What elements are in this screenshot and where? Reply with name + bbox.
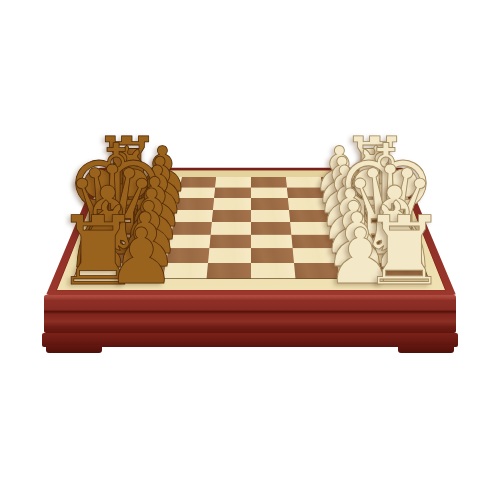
chess-set-photo: ♜♞♝♛♚♝♞♜♟♟♟♟♟♟♟♟♟♟♟♟♟♟♟♟♜♞♝♛♚♝♞♜ bbox=[0, 0, 500, 500]
square-h6 bbox=[180, 177, 217, 187]
square-f5 bbox=[213, 198, 251, 209]
square-g7 bbox=[141, 188, 180, 199]
square-d1 bbox=[368, 222, 412, 235]
square-d8 bbox=[91, 222, 135, 235]
square-e2 bbox=[327, 210, 368, 222]
square-h2 bbox=[321, 177, 359, 187]
case-left-foot bbox=[46, 345, 102, 353]
square-b7 bbox=[123, 248, 168, 263]
square-b5 bbox=[208, 248, 251, 263]
square-f7 bbox=[138, 198, 178, 209]
square-e6 bbox=[173, 210, 213, 222]
square-f4 bbox=[251, 198, 289, 209]
square-f8 bbox=[100, 198, 141, 209]
maple-border bbox=[56, 170, 446, 290]
case-right-foot bbox=[398, 345, 454, 353]
square-d2 bbox=[329, 222, 372, 235]
square-f1 bbox=[361, 198, 402, 209]
square-g6 bbox=[178, 188, 216, 199]
square-g8 bbox=[104, 188, 144, 199]
square-a3 bbox=[294, 263, 340, 279]
square-f2 bbox=[324, 198, 364, 209]
square-e5 bbox=[212, 210, 251, 222]
square-a5 bbox=[207, 263, 251, 279]
square-b2 bbox=[334, 248, 379, 263]
square-a8 bbox=[74, 263, 123, 279]
square-e4 bbox=[251, 210, 290, 222]
square-g2 bbox=[322, 188, 361, 199]
square-a6 bbox=[163, 263, 209, 279]
square-d7 bbox=[131, 222, 174, 235]
square-f3 bbox=[288, 198, 327, 209]
square-c8 bbox=[85, 235, 130, 249]
square-a7 bbox=[118, 263, 165, 279]
square-b1 bbox=[375, 248, 422, 263]
square-d4 bbox=[251, 222, 291, 235]
square-d6 bbox=[171, 222, 212, 235]
square-d3 bbox=[290, 222, 331, 235]
square-a2 bbox=[336, 263, 383, 279]
square-h4 bbox=[251, 177, 287, 187]
case-front-molding bbox=[44, 295, 456, 333]
square-e1 bbox=[364, 210, 406, 222]
square-e3 bbox=[289, 210, 329, 222]
square-h5 bbox=[215, 177, 251, 187]
square-c5 bbox=[210, 235, 251, 249]
square-a1 bbox=[379, 263, 428, 279]
square-g4 bbox=[251, 188, 288, 199]
square-h3 bbox=[286, 177, 323, 187]
square-g3 bbox=[287, 188, 325, 199]
chess-board bbox=[46, 168, 456, 295]
square-b3 bbox=[292, 248, 336, 263]
square-b8 bbox=[80, 248, 127, 263]
square-e7 bbox=[134, 210, 175, 222]
square-h8 bbox=[108, 177, 147, 187]
square-c7 bbox=[127, 235, 171, 249]
square-h1 bbox=[355, 177, 394, 187]
square-c6 bbox=[168, 235, 211, 249]
square-c2 bbox=[331, 235, 375, 249]
square-c1 bbox=[371, 235, 416, 249]
square-g5 bbox=[214, 188, 251, 199]
square-b6 bbox=[166, 248, 210, 263]
square-h7 bbox=[144, 177, 182, 187]
square-e8 bbox=[95, 210, 137, 222]
square-c3 bbox=[291, 235, 334, 249]
square-b4 bbox=[251, 248, 294, 263]
square-f6 bbox=[175, 198, 214, 209]
square-a4 bbox=[251, 263, 295, 279]
board-grid bbox=[73, 177, 429, 279]
case-plinth bbox=[42, 333, 458, 347]
square-g1 bbox=[358, 188, 398, 199]
square-c4 bbox=[251, 235, 292, 249]
square-d5 bbox=[211, 222, 251, 235]
